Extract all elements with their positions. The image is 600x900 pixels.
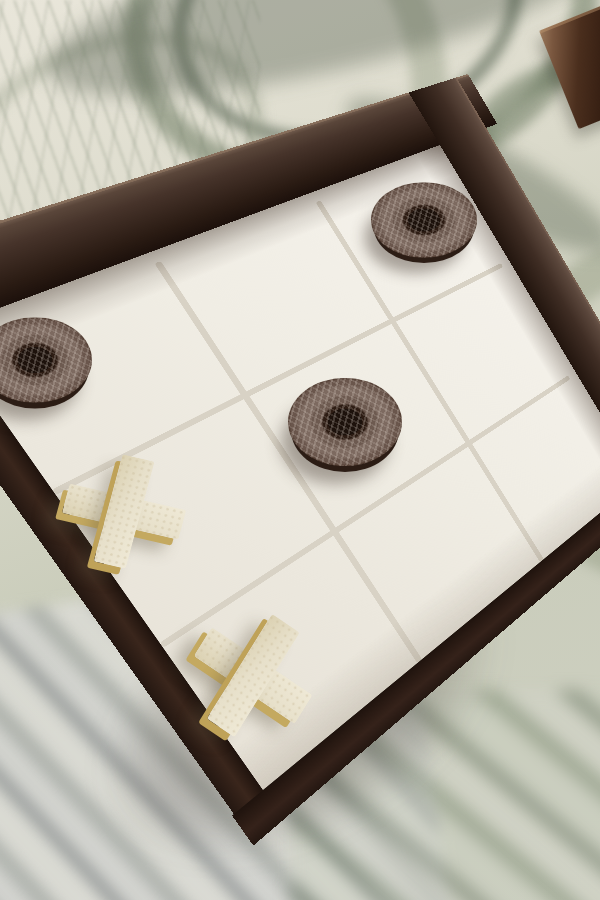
o-piece-face [371, 182, 477, 258]
cell-r2c1[interactable] [79, 477, 169, 547]
cell-r3c1[interactable] [208, 641, 298, 711]
o-piece[interactable] [371, 182, 477, 258]
o-piece[interactable] [288, 378, 402, 466]
cell-r1c2[interactable] [229, 255, 319, 325]
cell-r3c3[interactable] [512, 429, 600, 499]
o-piece[interactable] [0, 317, 92, 402]
cell-r2c2[interactable] [300, 387, 390, 457]
cell-r2c3[interactable] [441, 314, 531, 384]
o-piece-face [288, 378, 402, 466]
photo-scene [0, 0, 600, 900]
cell-r1c3[interactable] [379, 185, 469, 255]
cell-r1c1[interactable] [0, 325, 80, 395]
cell-r3c2[interactable] [396, 514, 486, 584]
